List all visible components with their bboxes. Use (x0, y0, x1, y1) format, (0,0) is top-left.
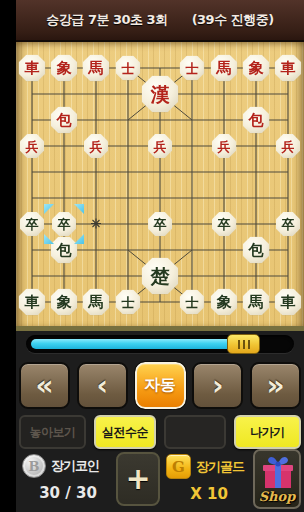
piece-glyph: 象 (57, 61, 72, 76)
piece-glyph: 馬 (249, 295, 264, 310)
match-rules-text: 승강급 7분 30초 3회 (46, 11, 167, 29)
piece-glyph: 漢 (151, 85, 170, 104)
piece-glyph: 車 (281, 61, 296, 76)
piece-glyph: 象 (249, 61, 264, 76)
piece-glyph: 兵 (218, 140, 231, 153)
piece-glyph: 卒 (26, 218, 39, 231)
piece-glyph: 包 (249, 243, 264, 258)
piece-glyph: 包 (249, 113, 264, 128)
piece-han-cannon[interactable]: 包 (51, 107, 78, 134)
slider-handle-icon[interactable] (227, 334, 260, 354)
shop-button[interactable]: Shop (253, 449, 301, 509)
piece-glyph: 馬 (217, 61, 232, 76)
empty-slot-button[interactable] (164, 415, 226, 449)
piece-han-advisor[interactable]: 士 (116, 56, 141, 81)
add-coin-button[interactable]: + (116, 452, 160, 506)
piece-glyph: 包 (57, 243, 72, 258)
move-origin-marker (90, 215, 102, 234)
piece-cho-pawn[interactable]: 卒 (212, 212, 236, 236)
piece-cho-pawn[interactable]: 卒 (276, 212, 300, 236)
piece-han-pawn[interactable]: 兵 (84, 134, 108, 158)
nav-auto-button[interactable]: 자동 (135, 362, 186, 409)
piece-glyph: 包 (57, 113, 72, 128)
gold-value: X 10 (166, 485, 252, 503)
piece-han-pawn[interactable]: 兵 (276, 134, 300, 158)
piece-glyph: 象 (217, 295, 232, 310)
nav-next-button[interactable]: › (192, 362, 243, 409)
piece-cho-pawn[interactable]: 卒 (148, 212, 172, 236)
piece-cho-advisor[interactable]: 士 (116, 290, 141, 315)
coin-label: 장기코인 (51, 457, 99, 475)
nav-last-button[interactable]: » (250, 362, 301, 409)
nav-first-button[interactable]: « (19, 362, 70, 409)
piece-glyph: 馬 (89, 61, 104, 76)
piece-glyph: 兵 (282, 140, 295, 153)
action-row: 놓아보기 실전수순 나가기 (19, 415, 301, 449)
piece-glyph: 士 (122, 296, 135, 309)
piece-glyph: 車 (281, 295, 296, 310)
piece-glyph: 車 (25, 295, 40, 310)
piece-han-horse[interactable]: 馬 (211, 55, 238, 82)
gold-label: 장기골드 (196, 458, 244, 476)
title-bar: 승강급 7분 30초 3회 (39수 진행중) (16, 0, 304, 42)
piece-han-pawn[interactable]: 兵 (148, 134, 172, 158)
coin-value: 30 / 30 (22, 484, 114, 502)
janggi-board[interactable]: 車象馬士士馬象車漢包包兵兵兵兵兵卒卒卒卒卒包包楚車象馬士士象馬車 (16, 42, 304, 331)
piece-glyph: 卒 (282, 218, 295, 231)
gift-icon (260, 454, 296, 494)
piece-glyph: 卒 (58, 218, 71, 231)
app-root: 승강급 7분 30초 3회 (39수 진행중) 車象馬士士馬象車漢包包兵兵兵兵兵… (16, 0, 304, 512)
piece-glyph: 兵 (90, 140, 103, 153)
piece-glyph: 卒 (218, 218, 231, 231)
piece-han-pawn[interactable]: 兵 (20, 134, 44, 158)
piece-glyph: 楚 (151, 267, 170, 286)
coin-icon: B (22, 454, 46, 478)
piece-han-pawn[interactable]: 兵 (212, 134, 236, 158)
bottom-panel: « ‹ 자동 › » 놓아보기 실전수순 나가기 B 장기코인 30 / 30 … (16, 331, 304, 512)
shop-label: Shop (259, 489, 296, 504)
piece-glyph: 兵 (26, 140, 39, 153)
piece-han-horse[interactable]: 馬 (83, 55, 110, 82)
nav-prev-button[interactable]: ‹ (77, 362, 128, 409)
piece-han-advisor[interactable]: 士 (180, 56, 205, 81)
piece-han-general[interactable]: 漢 (142, 76, 179, 113)
slider-fill (31, 339, 253, 349)
piece-cho-pawn[interactable]: 卒 (52, 212, 76, 236)
piece-glyph: 士 (122, 62, 135, 75)
actual-moves-button[interactable]: 실전수순 (94, 415, 156, 449)
coin-balance-group: B 장기코인 30 / 30 (22, 454, 114, 502)
piece-glyph: 車 (25, 61, 40, 76)
piece-glyph: 馬 (89, 295, 104, 310)
piece-glyph: 士 (186, 296, 199, 309)
replay-progress-slider[interactable] (26, 335, 294, 353)
try-placing-button[interactable]: 놓아보기 (19, 415, 86, 449)
piece-glyph: 士 (186, 62, 199, 75)
move-progress-text: (39수 진행중) (192, 11, 274, 29)
piece-cho-advisor[interactable]: 士 (180, 290, 205, 315)
piece-glyph: 兵 (154, 140, 167, 153)
replay-nav-row: « ‹ 자동 › » (19, 362, 301, 409)
piece-cho-pawn[interactable]: 卒 (20, 212, 44, 236)
piece-glyph: 象 (57, 295, 72, 310)
piece-glyph: 卒 (154, 218, 167, 231)
gold-balance-group: G 장기골드 X 10 (166, 454, 252, 503)
exit-button[interactable]: 나가기 (234, 415, 301, 449)
gold-icon: G (166, 454, 191, 479)
